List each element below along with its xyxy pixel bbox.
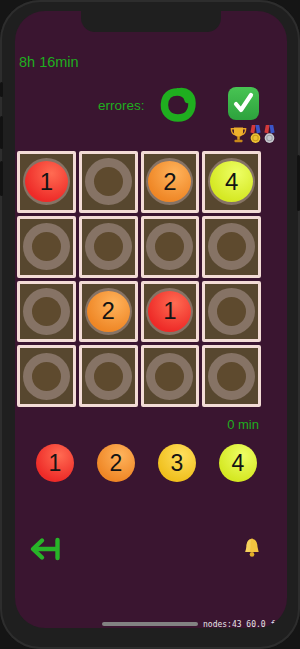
board-cell[interactable] (17, 345, 76, 407)
gold-medal-icon (249, 125, 262, 144)
board-cell[interactable]: 1 (141, 281, 200, 343)
hole-center (32, 232, 61, 261)
bell-button[interactable] (243, 538, 261, 558)
round-timer-label: 0 min (227, 417, 259, 432)
board-cell[interactable] (79, 216, 138, 278)
silver-medal-icon (263, 125, 276, 144)
back-arrow-button[interactable] (29, 537, 61, 561)
board-cell[interactable]: 2 (79, 281, 138, 343)
hole (85, 353, 132, 400)
board-cell[interactable] (202, 345, 261, 407)
session-time-label: 8h 16min (19, 54, 79, 70)
board-cell[interactable] (17, 216, 76, 278)
palette-number-2[interactable]: 2 (97, 444, 135, 482)
hole (208, 223, 255, 270)
hole (23, 223, 70, 270)
trophy-icon (229, 125, 248, 144)
palette-number-1[interactable]: 1 (36, 444, 74, 482)
hole-center (94, 232, 123, 261)
hole-center (217, 297, 246, 326)
hole (85, 158, 132, 205)
palette-number-4[interactable]: 4 (219, 444, 257, 482)
number-disc: 1 (25, 161, 68, 202)
errors-label: errores: (98, 98, 145, 113)
hole-center (32, 362, 61, 391)
number-palette: 1234 (36, 444, 257, 482)
hole-center (94, 167, 123, 196)
board-cell[interactable] (79, 151, 138, 213)
board-cell[interactable] (141, 345, 200, 407)
hole-center (32, 297, 61, 326)
check-icon (232, 91, 255, 116)
number-disc: 2 (87, 291, 130, 332)
board-cell[interactable]: 2 (141, 151, 200, 213)
power-button (297, 155, 300, 211)
phone-mockup: 8h 16min errores: (0, 0, 300, 649)
board-cell[interactable] (202, 281, 261, 343)
board-cell[interactable]: 1 (17, 151, 76, 213)
hole (208, 288, 255, 335)
hole (146, 223, 193, 270)
notch (81, 11, 221, 32)
app-screen: 8h 16min errores: (15, 11, 287, 628)
game-board: 12421 (17, 151, 261, 407)
palette-number-3[interactable]: 3 (158, 444, 196, 482)
hole-center (217, 362, 246, 391)
board-cell[interactable] (79, 345, 138, 407)
home-indicator[interactable] (102, 622, 198, 626)
awards-row (229, 124, 279, 144)
volume-down-button (0, 161, 3, 196)
mute-switch (0, 82, 3, 97)
hole-center (155, 232, 184, 261)
board-cell[interactable] (141, 216, 200, 278)
board-cell[interactable] (202, 216, 261, 278)
volume-up-button (0, 116, 3, 149)
hole-center (155, 362, 184, 391)
hole-center (217, 232, 246, 261)
hole (23, 353, 70, 400)
zero-scribble-icon (159, 87, 197, 123)
board-cell[interactable] (17, 281, 76, 343)
hole-center (94, 362, 123, 391)
hole (146, 353, 193, 400)
hole (208, 353, 255, 400)
hole (85, 223, 132, 270)
board-cell[interactable]: 4 (202, 151, 261, 213)
hole (23, 288, 70, 335)
check-button[interactable] (228, 87, 259, 120)
number-disc: 1 (148, 291, 191, 332)
